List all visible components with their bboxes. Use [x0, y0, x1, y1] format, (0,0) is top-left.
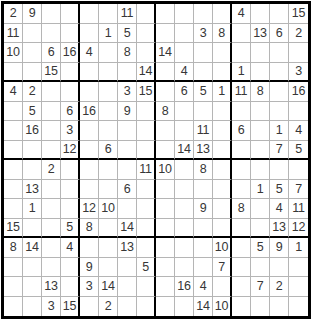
- cell-r16c15-empty[interactable]: [270, 297, 289, 317]
- cell-r9c15-empty[interactable]: [270, 160, 289, 180]
- cell-r9c2-empty[interactable]: [23, 160, 42, 180]
- cell-r11c15-given[interactable]: 4: [270, 199, 289, 219]
- cell-r4c15-empty[interactable]: [270, 63, 289, 83]
- cell-r7c8-empty[interactable]: [137, 121, 156, 141]
- cell-r2c9-empty[interactable]: [156, 24, 175, 44]
- cell-r13c5-empty[interactable]: [80, 238, 99, 258]
- cell-r6c11-empty[interactable]: [194, 102, 213, 122]
- cell-r6c4-given[interactable]: 6: [61, 102, 80, 122]
- cell-r5c8-given[interactable]: 15: [137, 82, 156, 102]
- cell-r13c10-empty[interactable]: [175, 238, 194, 258]
- cell-r5c5-empty[interactable]: [80, 82, 99, 102]
- cell-r13c3-empty[interactable]: [42, 238, 61, 258]
- cell-r15c12-empty[interactable]: [213, 277, 232, 297]
- cell-r3c16-empty[interactable]: [289, 43, 308, 63]
- cell-r1c8-empty[interactable]: [137, 4, 156, 24]
- cell-r5c9-empty[interactable]: [156, 82, 175, 102]
- cell-r10c5-empty[interactable]: [80, 180, 99, 200]
- cell-r4c10-given[interactable]: 4: [175, 63, 194, 83]
- cell-r6c3-empty[interactable]: [42, 102, 61, 122]
- cell-r1c2-given[interactable]: 9: [23, 4, 42, 24]
- cell-r2c5-empty[interactable]: [80, 24, 99, 44]
- cell-r12c14-empty[interactable]: [251, 219, 270, 239]
- cell-r13c1-given[interactable]: 8: [4, 238, 23, 258]
- cell-r6c2-given[interactable]: 5: [23, 102, 42, 122]
- cell-r11c16-given[interactable]: 11: [289, 199, 308, 219]
- cell-r11c7-empty[interactable]: [118, 199, 137, 219]
- cell-r13c11-empty[interactable]: [194, 238, 213, 258]
- cell-r11c5-given[interactable]: 12: [80, 199, 99, 219]
- cell-r11c6-given[interactable]: 10: [99, 199, 118, 219]
- cell-r14c16-empty[interactable]: [289, 258, 308, 278]
- cell-r10c11-empty[interactable]: [194, 180, 213, 200]
- cell-r3c10-empty[interactable]: [175, 43, 194, 63]
- cell-r11c2-given[interactable]: 1: [23, 199, 42, 219]
- cell-r2c11-given[interactable]: 3: [194, 24, 213, 44]
- cell-r5c11-given[interactable]: 5: [194, 82, 213, 102]
- cell-r1c3-empty[interactable]: [42, 4, 61, 24]
- cell-r8c3-empty[interactable]: [42, 141, 61, 161]
- cell-r6c15-empty[interactable]: [270, 102, 289, 122]
- cell-r14c14-empty[interactable]: [251, 258, 270, 278]
- cell-r12c2-empty[interactable]: [23, 219, 42, 239]
- cell-r16c9-empty[interactable]: [156, 297, 175, 317]
- cell-r7c13-given[interactable]: 6: [232, 121, 251, 141]
- cell-r7c6-empty[interactable]: [99, 121, 118, 141]
- cell-r15c1-empty[interactable]: [4, 277, 23, 297]
- cell-r11c4-empty[interactable]: [61, 199, 80, 219]
- cell-r6c14-empty[interactable]: [251, 102, 270, 122]
- cell-r9c4-empty[interactable]: [61, 160, 80, 180]
- cell-r3c8-empty[interactable]: [137, 43, 156, 63]
- cell-r11c14-empty[interactable]: [251, 199, 270, 219]
- cell-r9c7-empty[interactable]: [118, 160, 137, 180]
- cell-r8c7-empty[interactable]: [118, 141, 137, 161]
- cell-r1c11-empty[interactable]: [194, 4, 213, 24]
- cell-r15c8-empty[interactable]: [137, 277, 156, 297]
- cell-r15c9-empty[interactable]: [156, 277, 175, 297]
- cell-r6c5-given[interactable]: 16: [80, 102, 99, 122]
- cell-r12c6-empty[interactable]: [99, 219, 118, 239]
- cell-r16c8-empty[interactable]: [137, 297, 156, 317]
- cell-r15c6-given[interactable]: 14: [99, 277, 118, 297]
- cell-r10c1-empty[interactable]: [4, 180, 23, 200]
- cell-r14c4-empty[interactable]: [61, 258, 80, 278]
- cell-r12c16-given[interactable]: 12: [289, 219, 308, 239]
- cell-r15c4-empty[interactable]: [61, 277, 80, 297]
- sudoku-page: 2911415111538136210616481415144134231565…: [0, 0, 312, 320]
- cell-r1c9-empty[interactable]: [156, 4, 175, 24]
- cell-r6c8-empty[interactable]: [137, 102, 156, 122]
- cell-r2c13-empty[interactable]: [232, 24, 251, 44]
- cell-r4c16-given[interactable]: 3: [289, 63, 308, 83]
- cell-r10c12-empty[interactable]: [213, 180, 232, 200]
- cell-r4c1-empty[interactable]: [4, 63, 23, 83]
- cell-r11c8-empty[interactable]: [137, 199, 156, 219]
- cell-r10c2-given[interactable]: 13: [23, 180, 42, 200]
- cell-r13c6-empty[interactable]: [99, 238, 118, 258]
- cell-r15c15-given[interactable]: 2: [270, 277, 289, 297]
- cell-r2c12-given[interactable]: 8: [213, 24, 232, 44]
- cell-r3c3-given[interactable]: 6: [42, 43, 61, 63]
- cell-r12c8-empty[interactable]: [137, 219, 156, 239]
- cell-r12c9-empty[interactable]: [156, 219, 175, 239]
- cell-r8c11-given[interactable]: 13: [194, 141, 213, 161]
- cell-r10c16-given[interactable]: 7: [289, 180, 308, 200]
- cell-r12c1-given[interactable]: 15: [4, 219, 23, 239]
- cell-r12c5-given[interactable]: 8: [80, 219, 99, 239]
- cell-r1c6-empty[interactable]: [99, 4, 118, 24]
- cell-r1c1-given[interactable]: 2: [4, 4, 23, 24]
- cell-r6c16-empty[interactable]: [289, 102, 308, 122]
- cell-r7c15-given[interactable]: 1: [270, 121, 289, 141]
- cell-r4c9-empty[interactable]: [156, 63, 175, 83]
- cell-r6c13-empty[interactable]: [232, 102, 251, 122]
- cell-r8c5-empty[interactable]: [80, 141, 99, 161]
- cell-r2c16-given[interactable]: 2: [289, 24, 308, 44]
- cell-r3c12-empty[interactable]: [213, 43, 232, 63]
- cell-r14c13-empty[interactable]: [232, 258, 251, 278]
- cell-r16c1-empty[interactable]: [4, 297, 23, 317]
- cell-r3c14-empty[interactable]: [251, 43, 270, 63]
- cell-r15c7-empty[interactable]: [118, 277, 137, 297]
- cell-r9c12-empty[interactable]: [213, 160, 232, 180]
- cell-r15c2-empty[interactable]: [23, 277, 42, 297]
- cell-r8c13-empty[interactable]: [232, 141, 251, 161]
- cell-r9c5-empty[interactable]: [80, 160, 99, 180]
- cell-r4c13-given[interactable]: 1: [232, 63, 251, 83]
- cell-r12c15-given[interactable]: 13: [270, 219, 289, 239]
- cell-r8c9-empty[interactable]: [156, 141, 175, 161]
- cell-r12c13-empty[interactable]: [232, 219, 251, 239]
- cell-r13c15-given[interactable]: 9: [270, 238, 289, 258]
- cell-r9c8-given[interactable]: 11: [137, 160, 156, 180]
- cell-r14c3-empty[interactable]: [42, 258, 61, 278]
- cell-r2c2-empty[interactable]: [23, 24, 42, 44]
- cell-r6c1-empty[interactable]: [4, 102, 23, 122]
- cell-r5c3-empty[interactable]: [42, 82, 61, 102]
- cell-r2c15-given[interactable]: 6: [270, 24, 289, 44]
- cell-r14c8-given[interactable]: 5: [137, 258, 156, 278]
- cell-r16c7-empty[interactable]: [118, 297, 137, 317]
- cell-r16c6-given[interactable]: 2: [99, 297, 118, 317]
- cell-r8c15-given[interactable]: 7: [270, 141, 289, 161]
- cell-r14c11-empty[interactable]: [194, 258, 213, 278]
- cell-r14c1-empty[interactable]: [4, 258, 23, 278]
- cell-r13c12-given[interactable]: 10: [213, 238, 232, 258]
- cell-r6c12-empty[interactable]: [213, 102, 232, 122]
- cell-r2c14-given[interactable]: 13: [251, 24, 270, 44]
- cell-r5c14-given[interactable]: 8: [251, 82, 270, 102]
- cell-r4c14-empty[interactable]: [251, 63, 270, 83]
- cell-r9c9-given[interactable]: 10: [156, 160, 175, 180]
- cell-r14c15-empty[interactable]: [270, 258, 289, 278]
- cell-r5c7-given[interactable]: 3: [118, 82, 137, 102]
- cell-r2c10-empty[interactable]: [175, 24, 194, 44]
- cell-r14c7-empty[interactable]: [118, 258, 137, 278]
- cell-r2c4-empty[interactable]: [61, 24, 80, 44]
- cell-r13c13-empty[interactable]: [232, 238, 251, 258]
- cell-r13c8-empty[interactable]: [137, 238, 156, 258]
- cell-r1c10-empty[interactable]: [175, 4, 194, 24]
- cell-r10c6-empty[interactable]: [99, 180, 118, 200]
- cell-r10c15-given[interactable]: 5: [270, 180, 289, 200]
- cell-r10c14-given[interactable]: 1: [251, 180, 270, 200]
- cell-r3c1-given[interactable]: 10: [4, 43, 23, 63]
- cell-r8c8-empty[interactable]: [137, 141, 156, 161]
- cell-r13c4-given[interactable]: 4: [61, 238, 80, 258]
- cell-r8c16-given[interactable]: 5: [289, 141, 308, 161]
- cell-r8c14-empty[interactable]: [251, 141, 270, 161]
- cell-r4c3-given[interactable]: 15: [42, 63, 61, 83]
- cell-r5c6-empty[interactable]: [99, 82, 118, 102]
- cell-r15c5-given[interactable]: 3: [80, 277, 99, 297]
- cell-r8c2-empty[interactable]: [23, 141, 42, 161]
- cell-r10c13-empty[interactable]: [232, 180, 251, 200]
- cell-r3c2-empty[interactable]: [23, 43, 42, 63]
- cell-r1c7-given[interactable]: 11: [118, 4, 137, 24]
- cell-r3c7-given[interactable]: 8: [118, 43, 137, 63]
- cell-r9c3-given[interactable]: 2: [42, 160, 61, 180]
- cell-r15c13-empty[interactable]: [232, 277, 251, 297]
- cell-r3c15-empty[interactable]: [270, 43, 289, 63]
- cell-r13c2-given[interactable]: 14: [23, 238, 42, 258]
- cell-r16c3-given[interactable]: 3: [42, 297, 61, 317]
- cell-r12c7-given[interactable]: 14: [118, 219, 137, 239]
- cell-r4c5-empty[interactable]: [80, 63, 99, 83]
- cell-r16c14-empty[interactable]: [251, 297, 270, 317]
- cell-r7c5-empty[interactable]: [80, 121, 99, 141]
- cell-r3c6-empty[interactable]: [99, 43, 118, 63]
- cell-r6c9-given[interactable]: 8: [156, 102, 175, 122]
- cell-r5c4-empty[interactable]: [61, 82, 80, 102]
- cell-r3c5-given[interactable]: 4: [80, 43, 99, 63]
- cell-r16c4-given[interactable]: 15: [61, 297, 80, 317]
- cell-r7c3-empty[interactable]: [42, 121, 61, 141]
- cell-r13c9-empty[interactable]: [156, 238, 175, 258]
- cell-r2c1-given[interactable]: 11: [4, 24, 23, 44]
- cell-r7c4-given[interactable]: 3: [61, 121, 80, 141]
- cell-r5c10-given[interactable]: 6: [175, 82, 194, 102]
- cell-r7c10-empty[interactable]: [175, 121, 194, 141]
- cell-r3c13-empty[interactable]: [232, 43, 251, 63]
- cell-r4c8-given[interactable]: 14: [137, 63, 156, 83]
- cell-r16c2-empty[interactable]: [23, 297, 42, 317]
- cell-r11c3-empty[interactable]: [42, 199, 61, 219]
- cell-r16c13-empty[interactable]: [232, 297, 251, 317]
- cell-r15c10-given[interactable]: 16: [175, 277, 194, 297]
- cell-r16c5-empty[interactable]: [80, 297, 99, 317]
- cell-r4c2-empty[interactable]: [23, 63, 42, 83]
- cell-r12c11-empty[interactable]: [194, 219, 213, 239]
- cell-r11c10-empty[interactable]: [175, 199, 194, 219]
- cell-r6c6-empty[interactable]: [99, 102, 118, 122]
- cell-r10c4-empty[interactable]: [61, 180, 80, 200]
- cell-r4c4-empty[interactable]: [61, 63, 80, 83]
- cell-r12c4-given[interactable]: 5: [61, 219, 80, 239]
- cell-r5c12-given[interactable]: 1: [213, 82, 232, 102]
- cell-r4c7-empty[interactable]: [118, 63, 137, 83]
- cell-r7c1-empty[interactable]: [4, 121, 23, 141]
- cell-r1c5-empty[interactable]: [80, 4, 99, 24]
- cell-r7c12-empty[interactable]: [213, 121, 232, 141]
- cell-r8c6-given[interactable]: 6: [99, 141, 118, 161]
- cell-r16c10-empty[interactable]: [175, 297, 194, 317]
- cell-r11c13-given[interactable]: 8: [232, 199, 251, 219]
- cell-r12c3-empty[interactable]: [42, 219, 61, 239]
- cell-r10c7-given[interactable]: 6: [118, 180, 137, 200]
- cell-r3c9-given[interactable]: 14: [156, 43, 175, 63]
- cell-r14c6-empty[interactable]: [99, 258, 118, 278]
- cell-r7c11-given[interactable]: 11: [194, 121, 213, 141]
- cell-r13c16-given[interactable]: 1: [289, 238, 308, 258]
- cell-r11c1-empty[interactable]: [4, 199, 23, 219]
- cell-r8c4-given[interactable]: 12: [61, 141, 80, 161]
- cell-r3c4-given[interactable]: 16: [61, 43, 80, 63]
- cell-r5c13-given[interactable]: 11: [232, 82, 251, 102]
- cell-r16c12-given[interactable]: 10: [213, 297, 232, 317]
- cell-r10c9-empty[interactable]: [156, 180, 175, 200]
- cell-r9c1-empty[interactable]: [4, 160, 23, 180]
- cell-r1c16-given[interactable]: 15: [289, 4, 308, 24]
- cell-r1c4-empty[interactable]: [61, 4, 80, 24]
- cell-r6c7-given[interactable]: 9: [118, 102, 137, 122]
- cell-r15c3-given[interactable]: 13: [42, 277, 61, 297]
- cell-r11c12-empty[interactable]: [213, 199, 232, 219]
- cell-r9c10-empty[interactable]: [175, 160, 194, 180]
- cell-r10c8-empty[interactable]: [137, 180, 156, 200]
- cell-r2c8-empty[interactable]: [137, 24, 156, 44]
- cell-r2c3-empty[interactable]: [42, 24, 61, 44]
- cell-r1c14-empty[interactable]: [251, 4, 270, 24]
- cell-r7c14-empty[interactable]: [251, 121, 270, 141]
- cell-r14c2-empty[interactable]: [23, 258, 42, 278]
- cell-r7c2-given[interactable]: 16: [23, 121, 42, 141]
- cell-r16c11-given[interactable]: 14: [194, 297, 213, 317]
- cell-r11c11-given[interactable]: 9: [194, 199, 213, 219]
- cell-r12c10-empty[interactable]: [175, 219, 194, 239]
- cell-r14c9-empty[interactable]: [156, 258, 175, 278]
- cell-r5c16-given[interactable]: 16: [289, 82, 308, 102]
- cell-r6c10-empty[interactable]: [175, 102, 194, 122]
- cell-r9c16-empty[interactable]: [289, 160, 308, 180]
- sudoku-board: 2911415111538136210616481415144134231565…: [1, 1, 311, 319]
- cell-r14c5-given[interactable]: 9: [80, 258, 99, 278]
- cell-r1c12-empty[interactable]: [213, 4, 232, 24]
- cell-r14c12-given[interactable]: 7: [213, 258, 232, 278]
- cell-r5c1-given[interactable]: 4: [4, 82, 23, 102]
- cell-r7c9-empty[interactable]: [156, 121, 175, 141]
- cell-r10c3-empty[interactable]: [42, 180, 61, 200]
- cell-r4c6-empty[interactable]: [99, 63, 118, 83]
- cell-r12c12-empty[interactable]: [213, 219, 232, 239]
- cell-r2c7-given[interactable]: 5: [118, 24, 137, 44]
- cell-r15c11-given[interactable]: 4: [194, 277, 213, 297]
- cell-r5c15-empty[interactable]: [270, 82, 289, 102]
- cell-r8c10-given[interactable]: 14: [175, 141, 194, 161]
- cell-r8c1-empty[interactable]: [4, 141, 23, 161]
- cell-r14c10-empty[interactable]: [175, 258, 194, 278]
- cell-r10c10-empty[interactable]: [175, 180, 194, 200]
- cell-r9c14-empty[interactable]: [251, 160, 270, 180]
- cell-r5c2-given[interactable]: 2: [23, 82, 42, 102]
- cell-r16c16-empty[interactable]: [289, 297, 308, 317]
- cell-r11c9-empty[interactable]: [156, 199, 175, 219]
- cell-r15c16-empty[interactable]: [289, 277, 308, 297]
- cell-r1c13-given[interactable]: 4: [232, 4, 251, 24]
- cell-r13c14-given[interactable]: 5: [251, 238, 270, 258]
- cell-r4c11-empty[interactable]: [194, 63, 213, 83]
- cell-r7c7-empty[interactable]: [118, 121, 137, 141]
- cell-r9c13-empty[interactable]: [232, 160, 251, 180]
- cell-r9c11-given[interactable]: 8: [194, 160, 213, 180]
- cell-r2c6-given[interactable]: 1: [99, 24, 118, 44]
- cell-r8c12-empty[interactable]: [213, 141, 232, 161]
- cell-r3c11-empty[interactable]: [194, 43, 213, 63]
- cell-r7c16-given[interactable]: 4: [289, 121, 308, 141]
- cell-r1c15-empty[interactable]: [270, 4, 289, 24]
- cell-r13c7-given[interactable]: 13: [118, 238, 137, 258]
- cell-r15c14-given[interactable]: 7: [251, 277, 270, 297]
- cell-r9c6-empty[interactable]: [99, 160, 118, 180]
- cell-r4c12-empty[interactable]: [213, 63, 232, 83]
